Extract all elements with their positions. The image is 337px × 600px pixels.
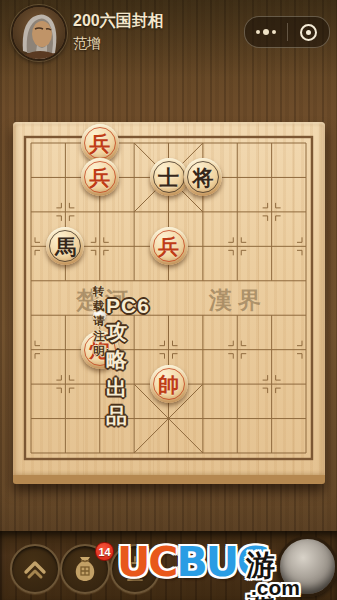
money-bag-icon bbox=[71, 555, 99, 583]
red-soldier[interactable]: 兵 bbox=[81, 158, 119, 196]
more-options-icon bbox=[256, 29, 276, 35]
exit-button[interactable] bbox=[288, 17, 330, 47]
tip-bag-button[interactable]: 14 bbox=[60, 544, 110, 594]
more-options-button[interactable] bbox=[245, 17, 287, 47]
river-label-right: 漢界 bbox=[208, 287, 267, 313]
gray-orb-button[interactable] bbox=[277, 536, 337, 597]
tower-icon bbox=[122, 555, 148, 583]
red-general[interactable]: 帥 bbox=[150, 365, 188, 403]
level-title: 200六国封相 bbox=[73, 11, 164, 31]
exit-target-icon bbox=[300, 24, 317, 41]
chevron-up-icon bbox=[21, 556, 49, 582]
header-titles: 200六国封相 范增 bbox=[73, 11, 164, 53]
avatar-portrait-icon bbox=[13, 7, 65, 59]
bottom-bar: 14 40 bbox=[0, 531, 337, 600]
red-soldier[interactable]: 兵 bbox=[150, 227, 188, 265]
xiangqi-board[interactable]: 楚河 漢界 兵兵士将馬兵炮帥 bbox=[13, 122, 325, 484]
red-soldier[interactable]: 兵 bbox=[81, 124, 119, 162]
player-name: 范增 bbox=[73, 33, 164, 53]
tower-button[interactable] bbox=[110, 544, 160, 594]
expand-menu-button[interactable] bbox=[10, 544, 60, 594]
wechat-capsule bbox=[244, 16, 330, 48]
credit-source: PC6攻略出品 bbox=[106, 294, 150, 430]
black-advisor[interactable]: 士 bbox=[150, 158, 188, 196]
top-bar: 200六国封相 范增 bbox=[0, 0, 337, 62]
app-screen: 200六国封相 范增 楚河 漢界 兵兵士将馬兵炮帥 转载请注明: PC6攻略出品 bbox=[0, 0, 337, 600]
player-avatar[interactable] bbox=[11, 5, 67, 61]
